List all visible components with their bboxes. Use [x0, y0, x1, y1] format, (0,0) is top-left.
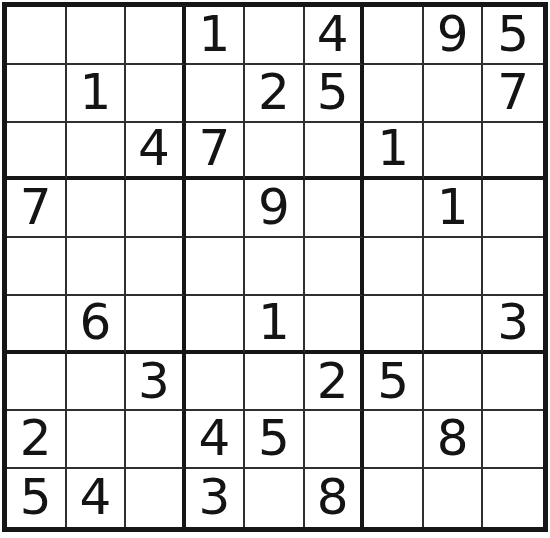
cell-r2c2[interactable]: 1	[67, 65, 127, 123]
cell-r2c9[interactable]: 7	[483, 65, 543, 123]
cell-r6c9[interactable]: 3	[483, 296, 543, 354]
cell-r7c3[interactable]: 3	[126, 354, 186, 412]
cell-r2c3[interactable]	[126, 65, 186, 123]
cell-r1c6[interactable]: 4	[305, 7, 365, 65]
cell-r5c7[interactable]	[364, 238, 424, 296]
cell-r2c6[interactable]: 5	[305, 65, 365, 123]
cell-r6c5[interactable]: 1	[245, 296, 305, 354]
cell-r9c4[interactable]: 3	[186, 469, 246, 527]
cell-r7c4[interactable]	[186, 354, 246, 412]
cell-r2c4[interactable]	[186, 65, 246, 123]
cell-r3c8[interactable]	[424, 123, 484, 181]
cell-r7c1[interactable]	[7, 354, 67, 412]
cell-r7c7[interactable]: 5	[364, 354, 424, 412]
cell-r5c3[interactable]	[126, 238, 186, 296]
given-digit: 5	[497, 9, 529, 59]
given-digit: 9	[258, 182, 290, 232]
cell-r4c5[interactable]: 9	[245, 180, 305, 238]
cell-r2c7[interactable]	[364, 65, 424, 123]
cell-r2c1[interactable]	[7, 65, 67, 123]
given-digit: 1	[258, 297, 290, 347]
given-digit: 7	[497, 67, 529, 117]
cell-r6c6[interactable]	[305, 296, 365, 354]
cell-r3c9[interactable]	[483, 123, 543, 181]
cell-r6c3[interactable]	[126, 296, 186, 354]
cell-r9c1[interactable]: 5	[7, 469, 67, 527]
cell-r4c1[interactable]: 7	[7, 180, 67, 238]
given-digit: 3	[497, 297, 529, 347]
cell-r8c1[interactable]: 2	[7, 411, 67, 469]
given-digit: 6	[79, 297, 111, 347]
cell-r4c9[interactable]	[483, 180, 543, 238]
cell-r1c9[interactable]: 5	[483, 7, 543, 65]
cell-r8c9[interactable]	[483, 411, 543, 469]
cell-r6c4[interactable]	[186, 296, 246, 354]
cell-r4c4[interactable]	[186, 180, 246, 238]
given-digit: 8	[437, 413, 469, 463]
cell-r4c8[interactable]: 1	[424, 180, 484, 238]
given-digit: 1	[437, 182, 469, 232]
cell-r1c1[interactable]	[7, 7, 67, 65]
cell-r1c4[interactable]: 1	[186, 7, 246, 65]
cell-r5c4[interactable]	[186, 238, 246, 296]
cell-r5c2[interactable]	[67, 238, 127, 296]
cell-r7c8[interactable]	[424, 354, 484, 412]
cell-r5c9[interactable]	[483, 238, 543, 296]
given-digit: 8	[317, 472, 349, 522]
cell-r1c8[interactable]: 9	[424, 7, 484, 65]
cell-r3c4[interactable]: 7	[186, 123, 246, 181]
cell-r5c5[interactable]	[245, 238, 305, 296]
cell-r3c2[interactable]	[67, 123, 127, 181]
cell-r1c3[interactable]	[126, 7, 186, 65]
given-digit: 7	[199, 123, 231, 173]
given-digit: 9	[437, 9, 469, 59]
cell-r8c7[interactable]	[364, 411, 424, 469]
cell-r9c2[interactable]: 4	[67, 469, 127, 527]
sudoku-page: 1495125747179161332524585438	[0, 0, 550, 532]
cell-r2c8[interactable]	[424, 65, 484, 123]
cell-r9c8[interactable]	[424, 469, 484, 527]
cell-r4c2[interactable]	[67, 180, 127, 238]
cell-r8c3[interactable]	[126, 411, 186, 469]
cell-r4c7[interactable]	[364, 180, 424, 238]
cell-r6c1[interactable]	[7, 296, 67, 354]
cell-r5c1[interactable]	[7, 238, 67, 296]
given-digit: 2	[20, 413, 52, 463]
cell-r8c6[interactable]	[305, 411, 365, 469]
cell-r9c5[interactable]	[245, 469, 305, 527]
given-digit: 2	[258, 67, 290, 117]
cell-r8c4[interactable]: 4	[186, 411, 246, 469]
cell-r8c5[interactable]: 5	[245, 411, 305, 469]
given-digit: 5	[377, 356, 409, 406]
cell-r6c8[interactable]	[424, 296, 484, 354]
sudoku-board: 1495125747179161332524585438	[2, 2, 548, 532]
cell-r7c6[interactable]: 2	[305, 354, 365, 412]
given-digit: 5	[20, 472, 52, 522]
given-digit: 1	[79, 67, 111, 117]
given-digit: 5	[317, 67, 349, 117]
cell-r1c7[interactable]	[364, 7, 424, 65]
cell-r9c3[interactable]	[126, 469, 186, 527]
cell-r5c6[interactable]	[305, 238, 365, 296]
given-digit: 4	[79, 472, 111, 522]
cell-r5c8[interactable]	[424, 238, 484, 296]
given-digit: 7	[20, 182, 52, 232]
cell-r7c5[interactable]	[245, 354, 305, 412]
given-digit: 4	[138, 123, 170, 173]
given-digit: 1	[199, 9, 231, 59]
given-digit: 1	[377, 123, 409, 173]
cell-r9c6[interactable]: 8	[305, 469, 365, 527]
cell-r6c7[interactable]	[364, 296, 424, 354]
cell-r7c2[interactable]	[67, 354, 127, 412]
cell-r2c5[interactable]: 2	[245, 65, 305, 123]
cell-r3c5[interactable]	[245, 123, 305, 181]
cell-r8c8[interactable]: 8	[424, 411, 484, 469]
given-digit: 5	[258, 413, 290, 463]
cell-r3c3[interactable]: 4	[126, 123, 186, 181]
cell-r7c9[interactable]	[483, 354, 543, 412]
cell-r4c6[interactable]	[305, 180, 365, 238]
cell-r6c2[interactable]: 6	[67, 296, 127, 354]
cell-r8c2[interactable]	[67, 411, 127, 469]
cell-r1c5[interactable]	[245, 7, 305, 65]
cell-r3c7[interactable]: 1	[364, 123, 424, 181]
given-digit: 4	[199, 413, 231, 463]
given-digit: 2	[317, 356, 349, 406]
cell-r4c3[interactable]	[126, 180, 186, 238]
cell-r9c7[interactable]	[364, 469, 424, 527]
given-digit: 3	[199, 472, 231, 522]
given-digit: 3	[138, 356, 170, 406]
cell-r3c1[interactable]	[7, 123, 67, 181]
given-digit: 4	[317, 9, 349, 59]
cell-r3c6[interactable]	[305, 123, 365, 181]
cell-r1c2[interactable]	[67, 7, 127, 65]
cell-r9c9[interactable]	[483, 469, 543, 527]
